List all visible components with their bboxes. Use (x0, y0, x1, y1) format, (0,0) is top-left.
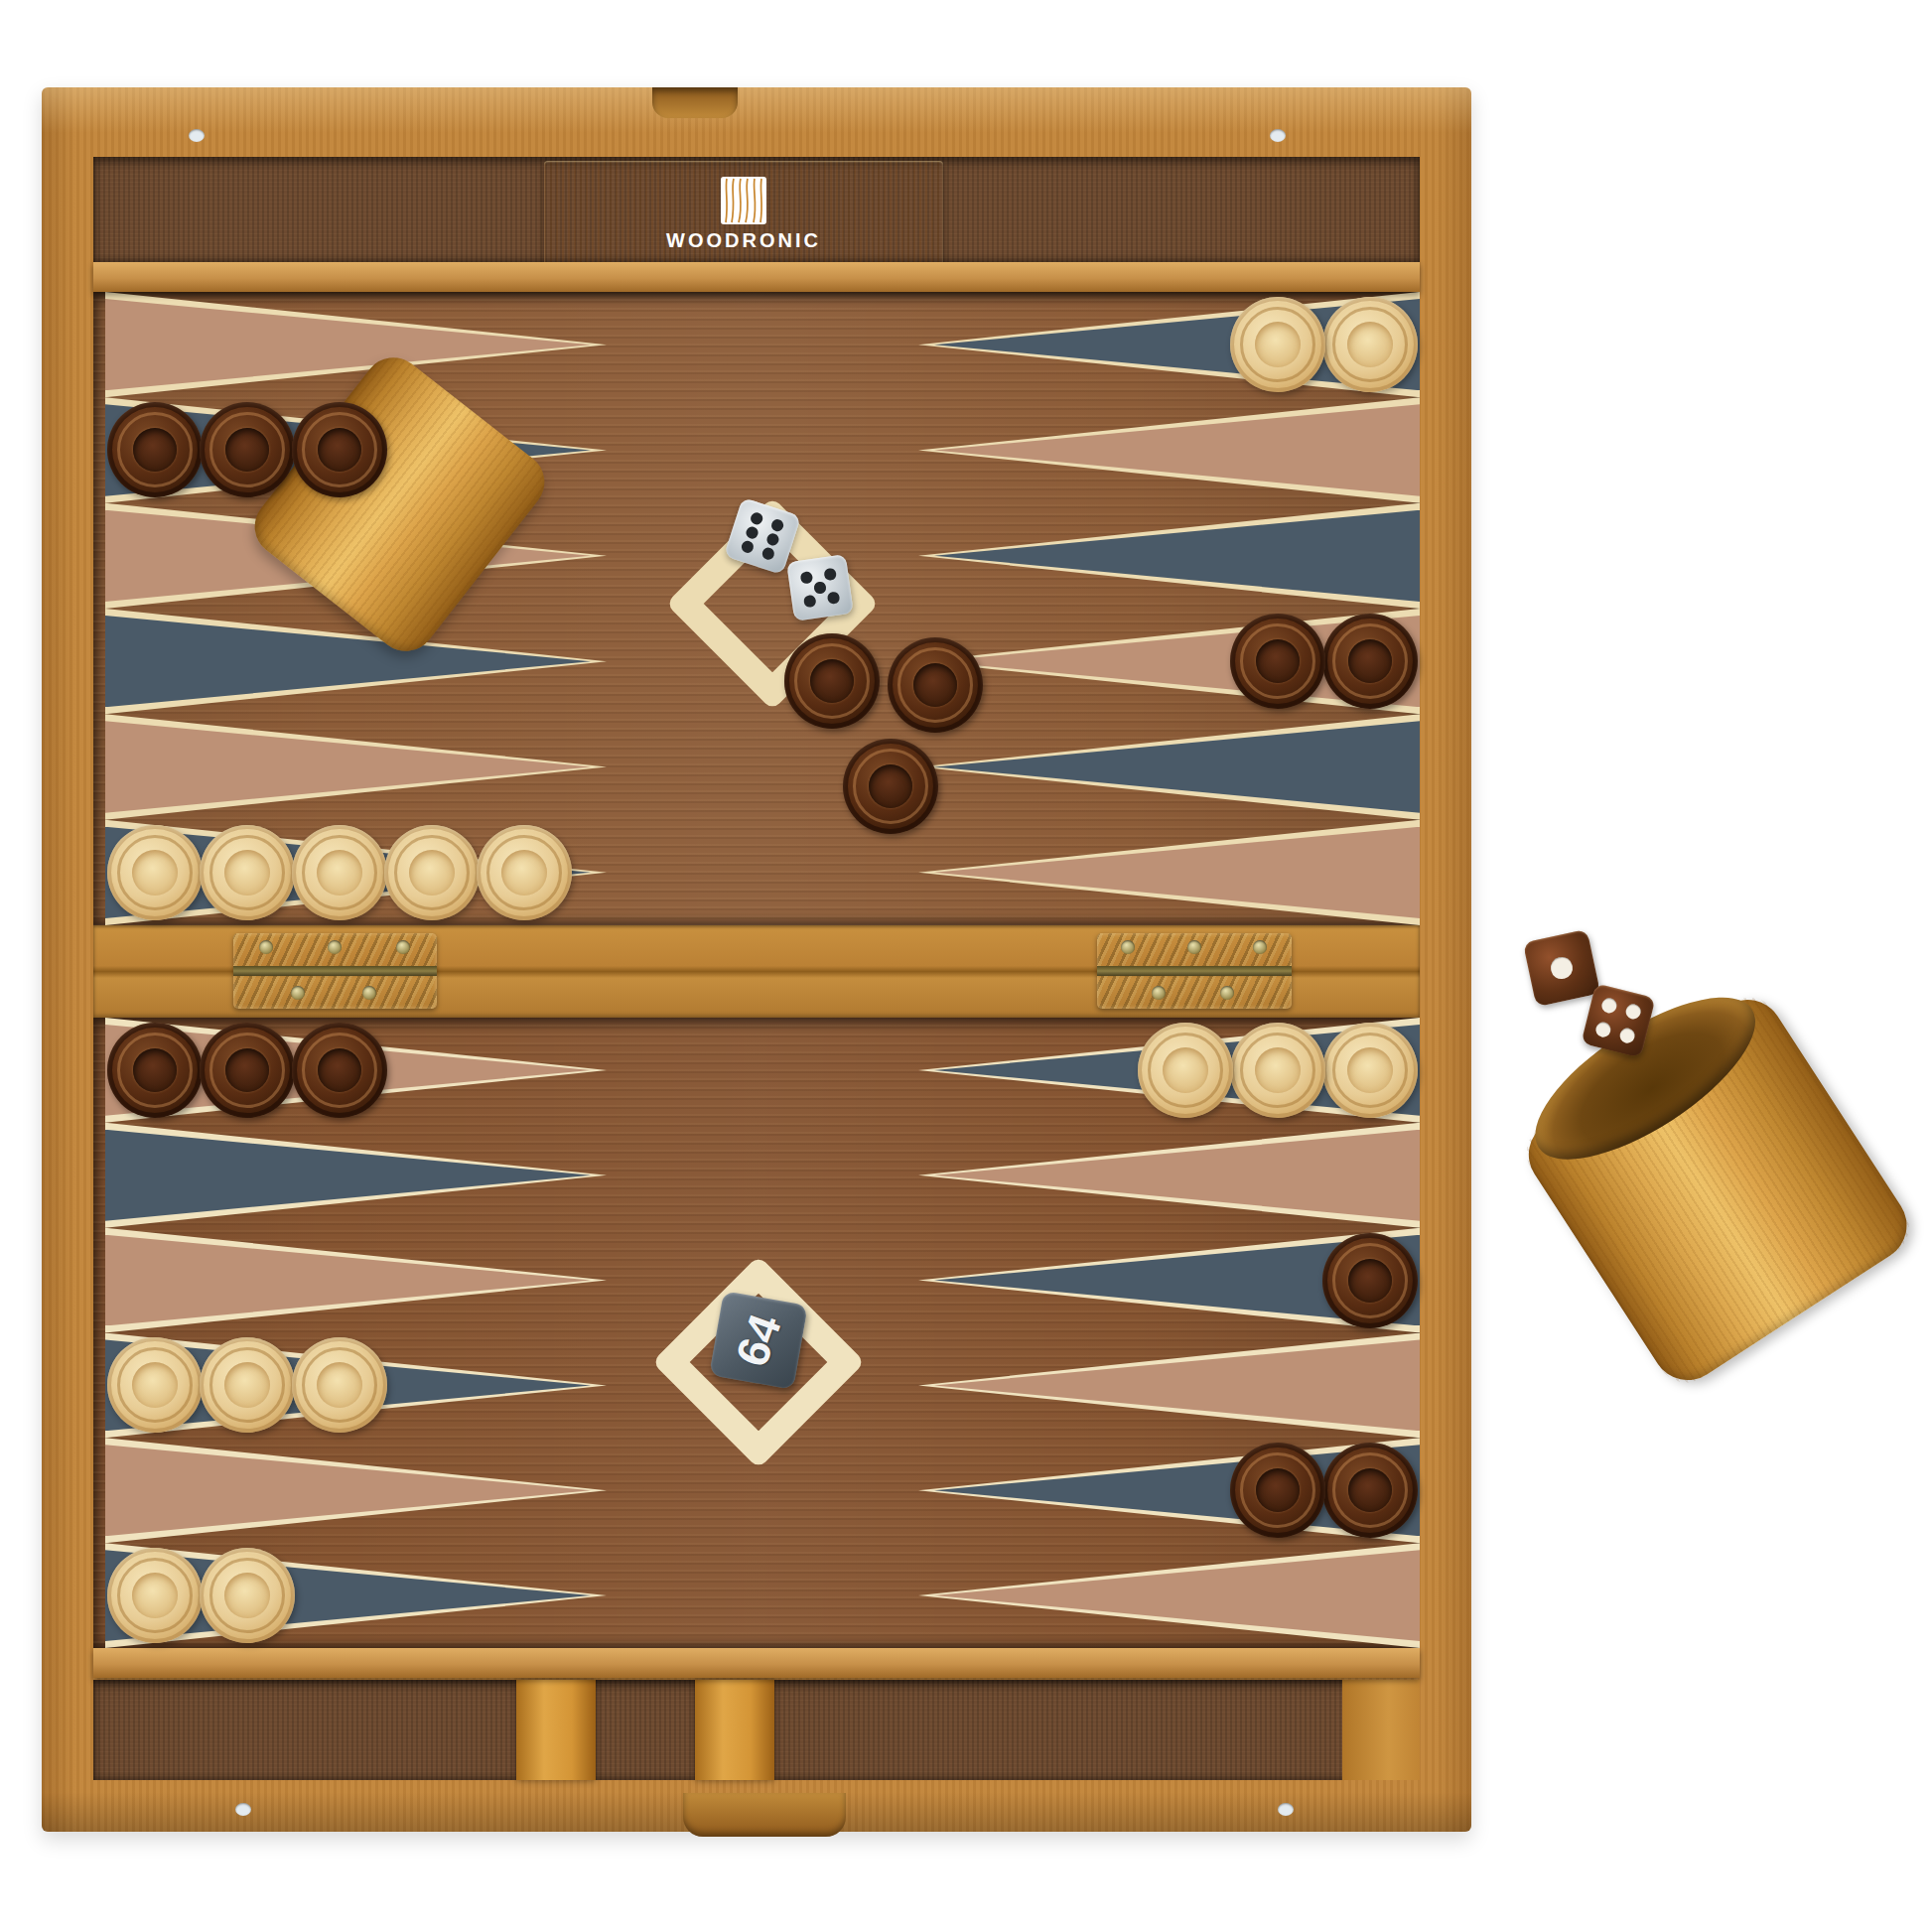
brand-logo-icon (721, 177, 766, 224)
checker-light[interactable] (107, 1548, 203, 1643)
magnet-dot (1278, 1803, 1294, 1816)
screw (1187, 940, 1201, 954)
magnet-dot (1270, 129, 1286, 142)
checker-light[interactable] (384, 825, 480, 920)
tray-divider-block (516, 1680, 596, 1780)
lower-rail (93, 1648, 1420, 1678)
screw (1253, 940, 1267, 954)
checker-light[interactable] (107, 825, 203, 920)
die-pip (770, 518, 785, 533)
checker-dark[interactable] (107, 1023, 203, 1118)
upper-rail (93, 262, 1420, 292)
checker-light[interactable] (1322, 297, 1418, 392)
die-pip (824, 568, 837, 581)
checker-light[interactable] (1138, 1023, 1233, 1118)
checker-light[interactable] (292, 1337, 387, 1433)
screw (328, 940, 342, 954)
checker-dark[interactable] (200, 402, 295, 497)
checker-light[interactable] (477, 825, 572, 920)
logo-plate: WOODRONIC (544, 161, 943, 266)
screw (1152, 986, 1166, 1000)
die-pip (740, 539, 755, 554)
checker-light[interactable] (200, 1337, 295, 1433)
checker-light[interactable] (292, 825, 387, 920)
die-pip (1624, 1003, 1642, 1021)
bottom-rim-notch (683, 1793, 846, 1837)
checker-dark[interactable] (107, 402, 203, 497)
checker-light[interactable] (107, 1337, 203, 1433)
checker-dark[interactable] (292, 1023, 387, 1118)
checker-dark[interactable] (888, 637, 983, 733)
checker-dark[interactable] (1230, 1443, 1325, 1538)
cube-value: 64 (725, 1308, 792, 1374)
die-pip (765, 532, 780, 547)
screw (1220, 986, 1234, 1000)
checker-light[interactable] (200, 1548, 295, 1643)
checker-dark[interactable] (784, 633, 880, 729)
screw (1121, 940, 1135, 954)
hinge-left (233, 933, 437, 1009)
magnet-dot (235, 1803, 251, 1816)
die-1[interactable] (1523, 929, 1600, 1007)
die-pip (1618, 1027, 1636, 1044)
checker-dark[interactable] (200, 1023, 295, 1118)
magnet-dot (189, 129, 205, 142)
tray-divider-block (695, 1680, 774, 1780)
hinge-right (1097, 933, 1292, 1009)
board-photo: WOODRONIC 64 (0, 0, 1932, 1932)
die-pip (745, 525, 759, 540)
die-pip (1600, 997, 1618, 1015)
checker-dark[interactable] (1322, 614, 1418, 709)
die-pip (800, 571, 813, 584)
checker-dark[interactable] (1230, 614, 1325, 709)
checker-dark[interactable] (843, 739, 938, 834)
checker-dark[interactable] (292, 402, 387, 497)
checker-light[interactable] (200, 825, 295, 920)
dice-cup-outside[interactable] (1499, 961, 1921, 1394)
die-pip (814, 582, 827, 595)
die-pip (803, 595, 816, 608)
checker-light[interactable] (1322, 1023, 1418, 1118)
brand-text: WOODRONIC (666, 230, 821, 250)
die-pip (827, 592, 840, 605)
screw (291, 986, 305, 1000)
top-rim-notch (652, 87, 738, 118)
checker-light[interactable] (1230, 297, 1325, 392)
tray-right-panel (1342, 1680, 1420, 1780)
die-5[interactable] (786, 554, 854, 621)
die-pip (1594, 1021, 1612, 1038)
checker-light[interactable] (1230, 1023, 1325, 1118)
screw (362, 986, 376, 1000)
die-pip (761, 546, 776, 561)
checker-dark[interactable] (1322, 1233, 1418, 1328)
screw (259, 940, 273, 954)
checker-dark[interactable] (1322, 1443, 1418, 1538)
screw (396, 940, 410, 954)
die-pip (750, 511, 764, 526)
doubling-cube[interactable]: 64 (709, 1291, 808, 1390)
die-pip (1549, 955, 1574, 980)
